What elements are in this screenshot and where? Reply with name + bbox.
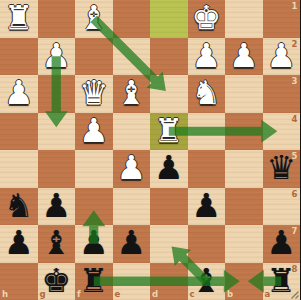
square-h1[interactable]: ♜ xyxy=(0,0,38,38)
piece-white-pawn[interactable]: ♟ xyxy=(38,37,76,75)
square-e4[interactable] xyxy=(113,113,151,151)
square-f4[interactable]: ♟ xyxy=(75,113,113,151)
piece-white-bishop[interactable]: ♝ xyxy=(75,0,113,37)
square-b1[interactable] xyxy=(225,0,263,38)
square-e1[interactable] xyxy=(113,0,151,38)
square-b8[interactable]: b xyxy=(225,263,263,300)
piece-white-rook[interactable]: ♜ xyxy=(150,112,188,150)
square-h7[interactable]: ♟ xyxy=(0,225,38,263)
piece-white-pawn[interactable]: ♟ xyxy=(0,74,38,112)
piece-black-queen[interactable]: ♛ xyxy=(263,149,301,187)
square-e5[interactable]: ♟ xyxy=(113,150,151,188)
piece-black-rook[interactable]: ♜ xyxy=(263,262,301,300)
piece-black-knight[interactable]: ♞ xyxy=(0,187,38,225)
piece-black-pawn[interactable]: ♟ xyxy=(263,224,301,262)
square-d1[interactable] xyxy=(150,0,188,38)
square-c3[interactable]: ♞ xyxy=(188,75,226,113)
piece-white-rook[interactable]: ♜ xyxy=(0,0,38,37)
piece-white-pawn[interactable]: ♟ xyxy=(188,37,226,75)
square-d5[interactable]: ♟ xyxy=(150,150,188,188)
piece-black-king[interactable]: ♚ xyxy=(38,262,76,300)
piece-white-pawn[interactable]: ♟ xyxy=(263,37,301,75)
square-d2[interactable] xyxy=(150,38,188,76)
coord-file-d: d xyxy=(152,290,158,299)
square-a1[interactable]: 1 xyxy=(263,0,301,38)
square-a6[interactable]: 6 xyxy=(263,188,301,226)
square-g5[interactable] xyxy=(38,150,76,188)
piece-black-pawn[interactable]: ♟ xyxy=(113,224,151,262)
square-c6[interactable]: ♟ xyxy=(188,188,226,226)
square-g7[interactable]: ♝ xyxy=(38,225,76,263)
piece-black-pawn[interactable]: ♟ xyxy=(38,187,76,225)
square-d6[interactable] xyxy=(150,188,188,226)
piece-black-pawn[interactable]: ♟ xyxy=(150,149,188,187)
square-c4[interactable] xyxy=(188,113,226,151)
coord-file-e: e xyxy=(115,290,121,299)
square-g3[interactable] xyxy=(38,75,76,113)
coord-rank-3: 3 xyxy=(292,77,298,86)
square-h4[interactable] xyxy=(0,113,38,151)
piece-black-pawn[interactable]: ♟ xyxy=(188,187,226,225)
square-e3[interactable]: ♝ xyxy=(113,75,151,113)
piece-black-bishop[interactable]: ♝ xyxy=(188,262,226,300)
square-b2[interactable]: ♟ xyxy=(225,38,263,76)
square-d3[interactable] xyxy=(150,75,188,113)
piece-white-bishop[interactable]: ♝ xyxy=(113,74,151,112)
square-b6[interactable] xyxy=(225,188,263,226)
piece-white-pawn[interactable]: ♟ xyxy=(225,37,263,75)
square-a3[interactable]: 3 xyxy=(263,75,301,113)
square-e6[interactable] xyxy=(113,188,151,226)
square-b4[interactable] xyxy=(225,113,263,151)
square-e7[interactable]: ♟ xyxy=(113,225,151,263)
piece-black-rook[interactable]: ♜ xyxy=(75,262,113,300)
coord-file-h: h xyxy=(2,290,8,299)
piece-black-pawn[interactable]: ♟ xyxy=(0,224,38,262)
piece-white-knight[interactable]: ♞ xyxy=(188,74,226,112)
coord-rank-4: 4 xyxy=(292,115,298,124)
square-b5[interactable] xyxy=(225,150,263,188)
square-b7[interactable] xyxy=(225,225,263,263)
square-a8[interactable]: ♜8a xyxy=(263,263,301,300)
square-e8[interactable]: e xyxy=(113,263,151,300)
square-h5[interactable] xyxy=(0,150,38,188)
square-h3[interactable]: ♟ xyxy=(0,75,38,113)
square-f7[interactable]: ♟ xyxy=(75,225,113,263)
coord-rank-6: 6 xyxy=(292,190,298,199)
coord-rank-1: 1 xyxy=(292,2,298,11)
square-h2[interactable] xyxy=(0,38,38,76)
square-a4[interactable]: 4 xyxy=(263,113,301,151)
chess-board: ♜♝♚1♟♟♟♟2♟♛♝♞3♟♜4♟♟♛5♞♟♟6♟♝♟♟♟7h♚g♜fed♝c… xyxy=(0,0,300,300)
square-a2[interactable]: ♟2 xyxy=(263,38,301,76)
square-g8[interactable]: ♚g xyxy=(38,263,76,300)
square-d7[interactable] xyxy=(150,225,188,263)
square-h6[interactable]: ♞ xyxy=(0,188,38,226)
piece-white-pawn[interactable]: ♟ xyxy=(113,149,151,187)
square-f3[interactable]: ♛ xyxy=(75,75,113,113)
square-c7[interactable] xyxy=(188,225,226,263)
piece-white-pawn[interactable]: ♟ xyxy=(75,112,113,150)
piece-white-queen[interactable]: ♛ xyxy=(75,74,113,112)
square-g6[interactable]: ♟ xyxy=(38,188,76,226)
square-h8[interactable]: h xyxy=(0,263,38,300)
square-g1[interactable] xyxy=(38,0,76,38)
square-e2[interactable] xyxy=(113,38,151,76)
square-d8[interactable]: d xyxy=(150,263,188,300)
square-f1[interactable]: ♝ xyxy=(75,0,113,38)
square-c5[interactable] xyxy=(188,150,226,188)
piece-black-bishop[interactable]: ♝ xyxy=(38,224,76,262)
square-g4[interactable] xyxy=(38,113,76,151)
square-c2[interactable]: ♟ xyxy=(188,38,226,76)
square-a7[interactable]: ♟7 xyxy=(263,225,301,263)
square-g2[interactable]: ♟ xyxy=(38,38,76,76)
square-c1[interactable]: ♚ xyxy=(188,0,226,38)
square-f8[interactable]: ♜f xyxy=(75,263,113,300)
square-f5[interactable] xyxy=(75,150,113,188)
square-f2[interactable] xyxy=(75,38,113,76)
square-f6[interactable] xyxy=(75,188,113,226)
piece-black-pawn[interactable]: ♟ xyxy=(75,224,113,262)
piece-white-king[interactable]: ♚ xyxy=(188,0,226,37)
square-c8[interactable]: ♝c xyxy=(188,263,226,300)
square-a5[interactable]: ♛5 xyxy=(263,150,301,188)
coord-file-b: b xyxy=(227,290,233,299)
square-d4[interactable]: ♜ xyxy=(150,113,188,151)
square-b3[interactable] xyxy=(225,75,263,113)
